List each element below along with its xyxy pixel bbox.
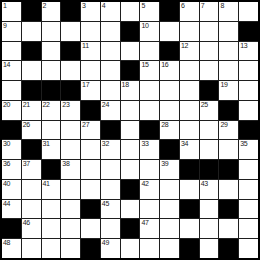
clue-number-2: 2 <box>43 2 47 10</box>
cell-1-0[interactable]: 9 <box>2 22 21 41</box>
clue-number-15: 15 <box>141 61 148 69</box>
cell-1-3[interactable] <box>61 22 80 41</box>
cell-3-4[interactable] <box>81 61 100 80</box>
clue-number-39: 39 <box>161 160 168 168</box>
cell-1-11[interactable] <box>219 22 238 41</box>
block-2-3 <box>61 42 80 61</box>
cell-1-9[interactable] <box>180 22 199 41</box>
clue-number-14: 14 <box>3 61 10 69</box>
clue-number-29: 29 <box>220 121 227 129</box>
cell-0-5[interactable]: 4 <box>101 2 120 21</box>
cell-11-7[interactable]: 47 <box>140 219 159 238</box>
cell-10-12[interactable] <box>239 200 258 219</box>
cell-3-5[interactable] <box>101 61 120 80</box>
cell-7-3[interactable] <box>61 140 80 159</box>
cell-11-5[interactable] <box>101 219 120 238</box>
block-12-11 <box>219 239 238 258</box>
cell-0-7[interactable]: 5 <box>140 2 159 21</box>
cell-9-7[interactable]: 42 <box>140 180 159 199</box>
clue-number-27: 27 <box>82 121 89 129</box>
cell-0-6[interactable] <box>121 2 140 21</box>
block-0-8 <box>160 2 179 21</box>
cell-9-9[interactable] <box>180 180 199 199</box>
block-6-7 <box>140 121 159 140</box>
clue-number-6: 6 <box>181 2 185 10</box>
crossword-grid: 1234567891011121314151617181920212223242… <box>0 0 260 260</box>
cell-8-12[interactable] <box>239 160 258 179</box>
cell-0-2[interactable]: 2 <box>42 2 61 21</box>
cell-8-4[interactable] <box>81 160 100 179</box>
cell-10-7[interactable] <box>140 200 159 219</box>
clue-number-44: 44 <box>3 200 10 208</box>
block-12-9 <box>180 239 199 258</box>
cell-0-4[interactable]: 3 <box>81 2 100 21</box>
cell-1-2[interactable] <box>42 22 61 41</box>
clue-number-43: 43 <box>201 180 208 188</box>
clue-number-3: 3 <box>82 2 86 10</box>
block-2-8 <box>160 42 179 61</box>
cell-9-8[interactable] <box>160 180 179 199</box>
cell-12-1[interactable] <box>22 239 41 258</box>
cell-7-10[interactable] <box>200 140 219 159</box>
cell-2-12[interactable]: 13 <box>239 42 258 61</box>
block-8-10 <box>200 160 219 179</box>
clue-number-20: 20 <box>3 101 10 109</box>
cell-5-9[interactable] <box>180 101 199 120</box>
cell-3-3[interactable] <box>61 61 80 80</box>
clue-number-46: 46 <box>23 219 30 227</box>
cell-8-5[interactable] <box>101 160 120 179</box>
clue-number-16: 16 <box>161 61 168 69</box>
cell-8-3[interactable]: 38 <box>61 160 80 179</box>
block-4-2 <box>42 81 61 100</box>
cell-4-4[interactable]: 17 <box>81 81 100 100</box>
block-8-2 <box>42 160 61 179</box>
cell-12-3[interactable] <box>61 239 80 258</box>
clue-number-48: 48 <box>3 239 10 247</box>
clue-number-12: 12 <box>181 42 188 50</box>
block-8-11 <box>219 160 238 179</box>
clue-number-38: 38 <box>62 160 69 168</box>
block-11-6 <box>121 219 140 238</box>
cell-7-12[interactable]: 35 <box>239 140 258 159</box>
cell-7-4[interactable] <box>81 140 100 159</box>
cell-0-10[interactable]: 7 <box>200 2 219 21</box>
cell-1-7[interactable]: 10 <box>140 22 159 41</box>
cell-12-8[interactable] <box>160 239 179 258</box>
cell-4-0[interactable] <box>2 81 21 100</box>
clue-number-47: 47 <box>141 219 148 227</box>
clue-number-42: 42 <box>141 180 148 188</box>
cell-4-6[interactable]: 18 <box>121 81 140 100</box>
cell-11-12[interactable] <box>239 219 258 238</box>
cell-11-4[interactable] <box>81 219 100 238</box>
cell-4-7[interactable] <box>140 81 159 100</box>
cell-6-4[interactable]: 27 <box>81 121 100 140</box>
clue-number-7: 7 <box>201 2 205 10</box>
cell-10-5[interactable]: 45 <box>101 200 120 219</box>
cell-9-3[interactable] <box>61 180 80 199</box>
cell-7-11[interactable] <box>219 140 238 159</box>
cell-10-8[interactable] <box>160 200 179 219</box>
cell-9-10[interactable]: 43 <box>200 180 219 199</box>
cell-10-1[interactable] <box>22 200 41 219</box>
cell-11-3[interactable] <box>61 219 80 238</box>
cell-1-10[interactable] <box>200 22 219 41</box>
cell-7-2[interactable]: 31 <box>42 140 61 159</box>
clue-number-34: 34 <box>181 140 188 148</box>
cell-5-2[interactable]: 22 <box>42 101 61 120</box>
cell-3-8[interactable]: 16 <box>160 61 179 80</box>
cell-8-8[interactable]: 39 <box>160 160 179 179</box>
cell-4-5[interactable] <box>101 81 120 100</box>
block-4-1 <box>22 81 41 100</box>
clue-number-17: 17 <box>82 81 89 89</box>
cell-3-1[interactable] <box>22 61 41 80</box>
block-6-12 <box>239 121 258 140</box>
clue-number-8: 8 <box>220 2 224 10</box>
clue-number-49: 49 <box>102 239 109 247</box>
cell-6-10[interactable] <box>200 121 219 140</box>
cell-3-0[interactable]: 14 <box>2 61 21 80</box>
clue-number-32: 32 <box>102 140 109 148</box>
clue-number-26: 26 <box>23 121 30 129</box>
clue-number-40: 40 <box>3 180 10 188</box>
cell-8-6[interactable] <box>121 160 140 179</box>
cell-3-2[interactable] <box>42 61 61 80</box>
cell-12-6[interactable] <box>121 239 140 258</box>
block-1-12 <box>239 22 258 41</box>
cell-10-6[interactable] <box>121 200 140 219</box>
cell-2-7[interactable] <box>140 42 159 61</box>
clue-number-13: 13 <box>240 42 247 50</box>
cell-0-9[interactable]: 6 <box>180 2 199 21</box>
cell-0-0[interactable]: 1 <box>2 2 21 21</box>
cell-9-2[interactable]: 41 <box>42 180 61 199</box>
cell-11-10[interactable] <box>200 219 219 238</box>
cell-1-1[interactable] <box>22 22 41 41</box>
clue-number-4: 4 <box>102 2 106 10</box>
clue-number-23: 23 <box>62 101 69 109</box>
cell-11-9[interactable] <box>180 219 199 238</box>
clue-number-28: 28 <box>161 121 168 129</box>
cell-10-3[interactable] <box>61 200 80 219</box>
clue-number-5: 5 <box>141 2 145 10</box>
cell-5-0[interactable]: 20 <box>2 101 21 120</box>
clue-number-31: 31 <box>43 140 50 148</box>
clue-number-9: 9 <box>3 22 7 30</box>
block-12-4 <box>81 239 100 258</box>
cell-12-5[interactable]: 49 <box>101 239 120 258</box>
cell-7-0[interactable]: 30 <box>2 140 21 159</box>
block-0-1 <box>22 2 41 21</box>
cell-7-6[interactable] <box>121 140 140 159</box>
clue-number-37: 37 <box>23 160 30 168</box>
cell-5-5[interactable]: 24 <box>101 101 120 120</box>
clue-number-22: 22 <box>43 101 50 109</box>
cell-6-9[interactable] <box>180 121 199 140</box>
cell-3-11[interactable] <box>219 61 238 80</box>
cell-2-6[interactable] <box>121 42 140 61</box>
block-7-8 <box>160 140 179 159</box>
block-1-6 <box>121 22 140 41</box>
cell-10-0[interactable]: 44 <box>2 200 21 219</box>
cell-9-11[interactable] <box>219 180 238 199</box>
cell-7-7[interactable]: 33 <box>140 140 159 159</box>
block-9-6 <box>121 180 140 199</box>
block-4-10 <box>200 81 219 100</box>
block-3-6 <box>121 61 140 80</box>
cell-11-2[interactable] <box>42 219 61 238</box>
cell-5-10[interactable]: 25 <box>200 101 219 120</box>
clue-number-33: 33 <box>141 140 148 148</box>
cell-6-8[interactable]: 28 <box>160 121 179 140</box>
cell-4-8[interactable] <box>160 81 179 100</box>
cell-5-12[interactable] <box>239 101 258 120</box>
block-7-1 <box>22 140 41 159</box>
cell-5-1[interactable]: 21 <box>22 101 41 120</box>
block-10-11 <box>219 200 238 219</box>
cell-12-7[interactable] <box>140 239 159 258</box>
block-5-4 <box>81 101 100 120</box>
clue-number-45: 45 <box>102 200 109 208</box>
cell-4-9[interactable] <box>180 81 199 100</box>
clue-number-36: 36 <box>3 160 10 168</box>
clue-number-30: 30 <box>3 140 10 148</box>
cell-3-10[interactable] <box>200 61 219 80</box>
cell-2-2[interactable] <box>42 42 61 61</box>
block-6-5 <box>101 121 120 140</box>
cell-1-5[interactable] <box>101 22 120 41</box>
cell-8-0[interactable]: 36 <box>2 160 21 179</box>
cell-5-3[interactable]: 23 <box>61 101 80 120</box>
cell-0-11[interactable]: 8 <box>219 2 238 21</box>
cell-1-4[interactable] <box>81 22 100 41</box>
block-4-3 <box>61 81 80 100</box>
block-8-9 <box>180 160 199 179</box>
cell-7-5[interactable]: 32 <box>101 140 120 159</box>
cell-11-11[interactable] <box>219 219 238 238</box>
cell-12-12[interactable] <box>239 239 258 258</box>
cell-10-2[interactable] <box>42 200 61 219</box>
cell-5-7[interactable] <box>140 101 159 120</box>
cell-10-10[interactable] <box>200 200 219 219</box>
block-0-3 <box>61 2 80 21</box>
cell-11-1[interactable]: 46 <box>22 219 41 238</box>
cell-7-9[interactable]: 34 <box>180 140 199 159</box>
clue-number-21: 21 <box>23 101 30 109</box>
clue-number-11: 11 <box>82 42 89 50</box>
cell-5-6[interactable] <box>121 101 140 120</box>
clue-number-1: 1 <box>3 2 7 10</box>
cell-2-9[interactable]: 12 <box>180 42 199 61</box>
cell-6-6[interactable] <box>121 121 140 140</box>
cell-8-1[interactable]: 37 <box>22 160 41 179</box>
cell-6-11[interactable]: 29 <box>219 121 238 140</box>
cell-4-11[interactable]: 19 <box>219 81 238 100</box>
clue-number-10: 10 <box>141 22 148 30</box>
clue-number-25: 25 <box>201 101 208 109</box>
cell-6-1[interactable]: 26 <box>22 121 41 140</box>
cell-5-8[interactable] <box>160 101 179 120</box>
cell-9-5[interactable] <box>101 180 120 199</box>
cell-9-0[interactable]: 40 <box>2 180 21 199</box>
cell-2-11[interactable] <box>219 42 238 61</box>
cell-9-1[interactable] <box>22 180 41 199</box>
cell-9-4[interactable] <box>81 180 100 199</box>
cell-2-4[interactable]: 11 <box>81 42 100 61</box>
cell-1-8[interactable] <box>160 22 179 41</box>
cell-4-12[interactable] <box>239 81 258 100</box>
clue-number-41: 41 <box>43 180 50 188</box>
cell-2-5[interactable] <box>101 42 120 61</box>
block-10-4 <box>81 200 100 219</box>
cell-12-2[interactable] <box>42 239 61 258</box>
cell-12-0[interactable]: 48 <box>2 239 21 258</box>
block-5-11 <box>219 101 238 120</box>
cell-6-3[interactable] <box>61 121 80 140</box>
clue-number-35: 35 <box>240 140 247 148</box>
block-10-9 <box>180 200 199 219</box>
cell-3-7[interactable]: 15 <box>140 61 159 80</box>
cell-6-2[interactable] <box>42 121 61 140</box>
clue-number-19: 19 <box>220 81 227 89</box>
cell-2-0[interactable] <box>2 42 21 61</box>
clue-number-18: 18 <box>122 81 129 89</box>
cell-3-9[interactable] <box>180 61 199 80</box>
cell-0-12[interactable] <box>239 2 258 21</box>
cell-12-10[interactable] <box>200 239 219 258</box>
clue-number-24: 24 <box>102 101 109 109</box>
cell-2-10[interactable] <box>200 42 219 61</box>
block-2-1 <box>22 42 41 61</box>
cell-8-7[interactable] <box>140 160 159 179</box>
cell-3-12[interactable] <box>239 61 258 80</box>
cell-9-12[interactable] <box>239 180 258 199</box>
block-6-0 <box>2 121 21 140</box>
block-11-0 <box>2 219 21 238</box>
cell-11-8[interactable] <box>160 219 179 238</box>
